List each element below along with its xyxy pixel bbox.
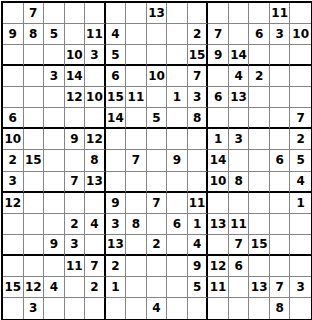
cell-r3c5: 3 (85, 45, 106, 66)
cell-r1c6[interactable] (106, 3, 127, 24)
cell-r3c8[interactable] (147, 45, 168, 66)
cell-r11c8[interactable] (147, 214, 168, 235)
cell-r4c7[interactable] (126, 66, 147, 87)
cell-r15c12[interactable] (229, 298, 250, 319)
cell-r12c11[interactable] (208, 235, 229, 256)
cell-r9c6[interactable] (106, 172, 127, 193)
cell-r9c1: 3 (3, 172, 24, 193)
cell-r2c4[interactable] (65, 24, 86, 45)
cell-r9c2[interactable] (24, 172, 45, 193)
cell-r6c11[interactable] (208, 108, 229, 129)
cell-r4c6: 6 (106, 66, 127, 87)
cell-r1c9[interactable] (167, 3, 188, 24)
cell-r10c5[interactable] (85, 193, 106, 214)
cell-r11c9: 6 (167, 214, 188, 235)
cell-r10c11[interactable] (208, 193, 229, 214)
cell-r4c2[interactable] (24, 66, 45, 87)
cell-r8c3[interactable] (44, 150, 65, 171)
cell-r15c10[interactable] (188, 298, 209, 319)
cell-r3c15[interactable] (290, 45, 311, 66)
cell-r15c5[interactable] (85, 298, 106, 319)
cell-r11c7: 8 (126, 214, 147, 235)
cell-r9c5: 13 (85, 172, 106, 193)
cell-r7c11: 1 (208, 129, 229, 150)
cell-r3c12: 14 (229, 45, 250, 66)
cell-r7c15: 2 (290, 129, 311, 150)
cell-r14c7[interactable] (126, 277, 147, 298)
cell-r2c7[interactable] (126, 24, 147, 45)
cell-r12c3: 9 (44, 235, 65, 256)
cell-r2c10: 2 (188, 24, 209, 45)
cell-r14c13: 13 (249, 277, 270, 298)
cell-r15c11[interactable] (208, 298, 229, 319)
cell-r9c9[interactable] (167, 172, 188, 193)
cell-r15c13[interactable] (249, 298, 270, 319)
cell-r13c14[interactable] (270, 256, 291, 277)
cell-r14c5: 2 (85, 277, 106, 298)
cell-r7c9[interactable] (167, 129, 188, 150)
cell-r3c9[interactable] (167, 45, 188, 66)
cell-r8c9: 9 (167, 150, 188, 171)
cell-r6c8: 5 (147, 108, 168, 129)
cell-r1c7[interactable] (126, 3, 147, 24)
cell-r2c12[interactable] (229, 24, 250, 45)
cell-r11c12: 11 (229, 214, 250, 235)
cell-r2c15: 10 (290, 24, 311, 45)
cell-r13c1[interactable] (3, 256, 24, 277)
cell-r5c3[interactable] (44, 87, 65, 108)
cell-r8c2: 15 (24, 150, 45, 171)
cell-r8c15: 5 (290, 150, 311, 171)
cell-r14c12[interactable] (229, 277, 250, 298)
cell-r15c15[interactable] (290, 298, 311, 319)
cell-r12c4: 3 (65, 235, 86, 256)
cell-r5c7: 11 (126, 87, 147, 108)
cell-r5c4: 12 (65, 87, 86, 108)
cell-r12c14[interactable] (270, 235, 291, 256)
cell-r14c10: 5 (188, 277, 209, 298)
cell-r11c15[interactable] (290, 214, 311, 235)
cell-r2c5: 11 (85, 24, 106, 45)
cell-r15c1[interactable] (3, 298, 24, 319)
cell-r15c7[interactable] (126, 298, 147, 319)
cell-r12c12: 7 (229, 235, 250, 256)
cell-r5c5: 10 (85, 87, 106, 108)
cell-r6c5[interactable] (85, 108, 106, 129)
cell-r15c2: 3 (24, 298, 45, 319)
cell-r8c14: 6 (270, 150, 291, 171)
cell-r13c11: 12 (208, 256, 229, 277)
cell-r6c14[interactable] (270, 108, 291, 129)
cell-r14c1: 15 (3, 277, 24, 298)
cell-r11c10: 1 (188, 214, 209, 235)
cell-r9c15: 4 (290, 172, 311, 193)
cell-r10c3[interactable] (44, 193, 65, 214)
cell-r3c6: 5 (106, 45, 127, 66)
cell-r14c3: 4 (44, 277, 65, 298)
cell-r1c10[interactable] (188, 3, 209, 24)
cell-r8c4[interactable] (65, 150, 86, 171)
cell-r10c1: 12 (3, 193, 24, 214)
cell-r3c1[interactable] (3, 45, 24, 66)
cell-r6c7[interactable] (126, 108, 147, 129)
cell-r6c6: 14 (106, 108, 127, 129)
cell-r7c6[interactable] (106, 129, 127, 150)
cell-r10c4[interactable] (65, 193, 86, 214)
cell-r5c15[interactable] (290, 87, 311, 108)
cell-r5c11: 6 (208, 87, 229, 108)
cell-r12c10: 4 (188, 235, 209, 256)
cell-r6c9[interactable] (167, 108, 188, 129)
cell-r7c14[interactable] (270, 129, 291, 150)
cell-r7c3[interactable] (44, 129, 65, 150)
cell-r6c1: 6 (3, 108, 24, 129)
cell-r1c12[interactable] (229, 3, 250, 24)
cell-r9c10[interactable] (188, 172, 209, 193)
cell-r1c13[interactable] (249, 3, 270, 24)
cell-r7c4: 9 (65, 129, 86, 150)
cell-r9c13[interactable] (249, 172, 270, 193)
cell-r13c7[interactable] (126, 256, 147, 277)
cell-r13c9[interactable] (167, 256, 188, 277)
cell-r15c9[interactable] (167, 298, 188, 319)
cell-r8c1: 2 (3, 150, 24, 171)
cell-r4c1[interactable] (3, 66, 24, 87)
cell-r6c10: 8 (188, 108, 209, 129)
cell-r8c5: 8 (85, 150, 106, 171)
cell-r9c7[interactable] (126, 172, 147, 193)
cell-r9c11: 10 (208, 172, 229, 193)
cell-r9c3[interactable] (44, 172, 65, 193)
cell-r9c12: 8 (229, 172, 250, 193)
cell-r1c11[interactable] (208, 3, 229, 24)
cell-r6c12[interactable] (229, 108, 250, 129)
cell-r7c13[interactable] (249, 129, 270, 150)
cell-r13c12: 6 (229, 256, 250, 277)
cell-r12c13: 15 (249, 235, 270, 256)
cell-r15c4[interactable] (65, 298, 86, 319)
cell-r14c9[interactable] (167, 277, 188, 298)
cell-r1c1[interactable] (3, 3, 24, 24)
cell-r4c13: 2 (249, 66, 270, 87)
cell-r5c6: 15 (106, 87, 127, 108)
cell-r8c6[interactable] (106, 150, 127, 171)
cell-r5c12: 13 (229, 87, 250, 108)
cell-r8c11: 14 (208, 150, 229, 171)
cell-r7c5: 12 (85, 129, 106, 150)
cell-r1c4[interactable] (65, 3, 86, 24)
cell-r11c14[interactable] (270, 214, 291, 235)
cell-r13c13[interactable] (249, 256, 270, 277)
cell-r6c15: 7 (290, 108, 311, 129)
cell-r7c8[interactable] (147, 129, 168, 150)
cell-r7c12: 3 (229, 129, 250, 150)
cell-r15c14: 8 (270, 298, 291, 319)
cell-r5c9: 1 (167, 87, 188, 108)
cell-r13c5: 7 (85, 256, 106, 277)
cell-r14c4[interactable] (65, 277, 86, 298)
cell-r3c7[interactable] (126, 45, 147, 66)
cell-r5c8[interactable] (147, 87, 168, 108)
cell-r12c15[interactable] (290, 235, 311, 256)
cell-r15c3[interactable] (44, 298, 65, 319)
cell-r14c6: 1 (106, 277, 127, 298)
cell-r2c6: 4 (106, 24, 127, 45)
cell-r12c1[interactable] (3, 235, 24, 256)
cell-r4c9[interactable] (167, 66, 188, 87)
cell-r2c3: 5 (44, 24, 65, 45)
cell-r8c8[interactable] (147, 150, 168, 171)
cell-r10c12[interactable] (229, 193, 250, 214)
cell-r1c5[interactable] (85, 3, 106, 24)
cell-r8c13[interactable] (249, 150, 270, 171)
cell-r4c15[interactable] (290, 66, 311, 87)
cell-r13c8[interactable] (147, 256, 168, 277)
cell-r14c2: 12 (24, 277, 45, 298)
cell-r12c5[interactable] (85, 235, 106, 256)
cell-r12c6: 13 (106, 235, 127, 256)
cell-r11c11: 13 (208, 214, 229, 235)
cell-r10c14[interactable] (270, 193, 291, 214)
cell-r3c13[interactable] (249, 45, 270, 66)
cell-r5c2[interactable] (24, 87, 45, 108)
cell-r6c2[interactable] (24, 108, 45, 129)
cell-r14c11: 11 (208, 277, 229, 298)
cell-r10c13[interactable] (249, 193, 270, 214)
cell-r5c14[interactable] (270, 87, 291, 108)
cell-r13c15[interactable] (290, 256, 311, 277)
cell-r10c10: 11 (188, 193, 209, 214)
cell-r11c3[interactable] (44, 214, 65, 235)
cell-r14c15: 3 (290, 277, 311, 298)
cell-r2c14: 3 (270, 24, 291, 45)
cell-r12c2[interactable] (24, 235, 45, 256)
cell-r12c8: 2 (147, 235, 168, 256)
cell-r2c2: 8 (24, 24, 45, 45)
cell-r2c1: 9 (3, 24, 24, 45)
cell-r4c4: 14 (65, 66, 86, 87)
cell-r5c1[interactable] (3, 87, 24, 108)
cell-r6c4[interactable] (65, 108, 86, 129)
cell-r11c13[interactable] (249, 214, 270, 235)
cell-r7c7[interactable] (126, 129, 147, 150)
cell-r1c15[interactable] (290, 3, 311, 24)
cell-r4c5[interactable] (85, 66, 106, 87)
cell-r3c3[interactable] (44, 45, 65, 66)
cell-r3c14[interactable] (270, 45, 291, 66)
cell-r2c8[interactable] (147, 24, 168, 45)
cell-r4c3: 3 (44, 66, 65, 87)
cell-r4c8: 10 (147, 66, 168, 87)
cell-r13c10: 9 (188, 256, 209, 277)
sudoku-board: 7131198511427631010351591431461074212101… (1, 1, 312, 320)
cell-r13c4: 11 (65, 256, 86, 277)
cell-r3c4: 10 (65, 45, 86, 66)
cell-r8c12[interactable] (229, 150, 250, 171)
cell-r2c13: 6 (249, 24, 270, 45)
cell-r10c7[interactable] (126, 193, 147, 214)
cell-r13c3[interactable] (44, 256, 65, 277)
cell-r4c12: 4 (229, 66, 250, 87)
cell-r4c10: 7 (188, 66, 209, 87)
cell-r11c6: 3 (106, 214, 127, 235)
cell-r14c14: 7 (270, 277, 291, 298)
cell-r6c3[interactable] (44, 108, 65, 129)
cell-r6c13[interactable] (249, 108, 270, 129)
cell-r10c8: 7 (147, 193, 168, 214)
cell-r1c3[interactable] (44, 3, 65, 24)
cell-r10c2[interactable] (24, 193, 45, 214)
cell-r9c14[interactable] (270, 172, 291, 193)
cell-r10c6: 9 (106, 193, 127, 214)
cell-r3c11: 9 (208, 45, 229, 66)
cell-r11c1[interactable] (3, 214, 24, 235)
cell-r15c8: 4 (147, 298, 168, 319)
cell-r5c13[interactable] (249, 87, 270, 108)
cell-r11c2[interactable] (24, 214, 45, 235)
cell-r15c6[interactable] (106, 298, 127, 319)
cell-r9c4: 7 (65, 172, 86, 193)
cell-r2c11: 7 (208, 24, 229, 45)
cell-r14c8[interactable] (147, 277, 168, 298)
cell-r8c10[interactable] (188, 150, 209, 171)
cell-r12c7[interactable] (126, 235, 147, 256)
cell-r8c7: 7 (126, 150, 147, 171)
cell-r1c8: 13 (147, 3, 168, 24)
cell-r4c14[interactable] (270, 66, 291, 87)
cell-r11c5: 4 (85, 214, 106, 235)
cell-r13c6: 2 (106, 256, 127, 277)
cell-r3c2[interactable] (24, 45, 45, 66)
cell-r10c9[interactable] (167, 193, 188, 214)
cell-r9c8[interactable] (147, 172, 168, 193)
cell-r1c2: 7 (24, 3, 45, 24)
cell-r13c2[interactable] (24, 256, 45, 277)
cell-r7c1: 10 (3, 129, 24, 150)
cell-r7c2[interactable] (24, 129, 45, 150)
cell-r11c4: 2 (65, 214, 86, 235)
cell-r4c11[interactable] (208, 66, 229, 87)
cell-r2c9[interactable] (167, 24, 188, 45)
cell-r7c10[interactable] (188, 129, 209, 150)
cell-r5c10: 3 (188, 87, 209, 108)
cell-r3c10: 15 (188, 45, 209, 66)
cell-r12c9[interactable] (167, 235, 188, 256)
cell-r1c14: 11 (270, 3, 291, 24)
cell-r10c15: 1 (290, 193, 311, 214)
